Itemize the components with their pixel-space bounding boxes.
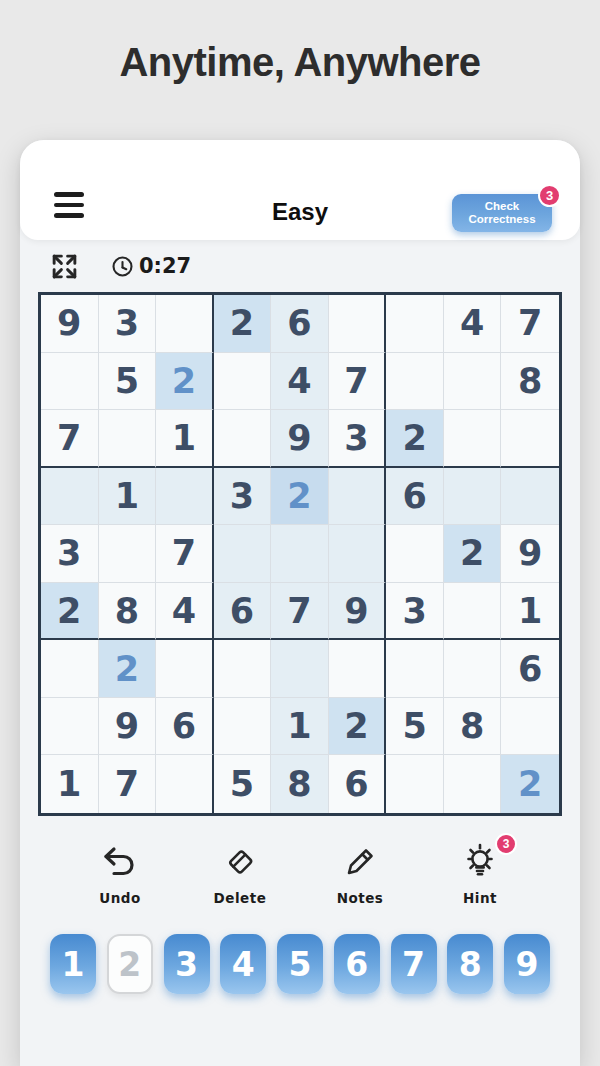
numpad-key-9[interactable]: 9	[504, 934, 550, 994]
sudoku-cell-r8c8[interactable]: 8	[444, 698, 502, 756]
given-digit: 6	[172, 706, 196, 746]
given-digit: 8	[287, 764, 311, 804]
given-digit: 5	[230, 764, 254, 804]
toolbar: Undo Delete Notes 3	[20, 840, 580, 906]
sudoku-cell-r9c6[interactable]: 6	[329, 755, 387, 813]
sudoku-cell-r8c1[interactable]	[41, 698, 99, 756]
given-digit: 6	[287, 303, 311, 343]
hint-label-notes: Notes	[337, 890, 384, 906]
hint-label: Hint	[463, 890, 497, 906]
status-row: 0:27	[20, 243, 580, 289]
sudoku-cell-r9c3[interactable]	[156, 755, 214, 813]
sudoku-cell-r5c8[interactable]: 2	[444, 525, 502, 583]
pencil-icon	[341, 843, 379, 881]
sudoku-cell-r6c3[interactable]: 4	[156, 583, 214, 641]
sudoku-cell-r3c5[interactable]: 9	[271, 410, 329, 468]
sudoku-cell-r4c7[interactable]: 6	[386, 468, 444, 526]
given-digit: 9	[115, 706, 139, 746]
sudoku-cell-r3c4[interactable]	[214, 410, 272, 468]
sudoku-cell-r1c5[interactable]: 6	[271, 295, 329, 353]
given-digit: 3	[57, 533, 81, 573]
sudoku-cell-r3c8[interactable]	[444, 410, 502, 468]
given-digit: 3	[402, 591, 426, 631]
sudoku-cell-r8c2[interactable]: 9	[99, 698, 157, 756]
user-digit: 2	[518, 764, 542, 804]
sudoku-cell-r8c9[interactable]	[501, 698, 559, 756]
sudoku-cell-r5c4[interactable]	[214, 525, 272, 583]
numpad-key-7[interactable]: 7	[391, 934, 437, 994]
sudoku-cell-r7c6[interactable]	[329, 640, 387, 698]
notes-button[interactable]: Notes	[316, 840, 404, 906]
sudoku-cell-r4c2[interactable]: 1	[99, 468, 157, 526]
sudoku-cell-r9c7[interactable]	[386, 755, 444, 813]
clock-icon	[111, 255, 134, 278]
given-digit: 4	[460, 303, 484, 343]
numpad-key-6[interactable]: 6	[334, 934, 380, 994]
sudoku-cell-r6c7[interactable]: 3	[386, 583, 444, 641]
check-correctness-badge: 3	[538, 184, 561, 207]
sudoku-cell-r2c4[interactable]	[214, 353, 272, 411]
sudoku-cell-r6c9[interactable]: 1	[501, 583, 559, 641]
sudoku-cell-r4c8[interactable]	[444, 468, 502, 526]
sudoku-cell-r7c5[interactable]	[271, 640, 329, 698]
numpad-key-1[interactable]: 1	[50, 934, 96, 994]
sudoku-cell-r8c5[interactable]: 1	[271, 698, 329, 756]
given-digit: 3	[344, 418, 368, 458]
sudoku-cell-r6c5[interactable]: 7	[271, 583, 329, 641]
undo-button[interactable]: Undo	[76, 840, 164, 906]
sudoku-cell-r5c6[interactable]	[329, 525, 387, 583]
numpad-key-8[interactable]: 8	[447, 934, 493, 994]
fullscreen-button[interactable]	[50, 252, 79, 281]
sudoku-cell-r8c4[interactable]	[214, 698, 272, 756]
given-digit: 4	[172, 591, 196, 631]
sudoku-cell-r9c4[interactable]: 5	[214, 755, 272, 813]
given-digit: 7	[287, 591, 311, 631]
hint-badge: 3	[495, 833, 517, 855]
sudoku-cell-r5c1[interactable]: 3	[41, 525, 99, 583]
given-digit: 9	[287, 418, 311, 458]
sudoku-app-card: Easy Check Correctness 3 0:27 9326475247…	[20, 140, 580, 1066]
sudoku-cell-r2c9[interactable]: 8	[501, 353, 559, 411]
sudoku-cell-r2c3[interactable]: 2	[156, 353, 214, 411]
sudoku-cell-r8c3[interactable]: 6	[156, 698, 214, 756]
sudoku-cell-r3c2[interactable]	[99, 410, 157, 468]
timer: 0:27	[111, 254, 191, 278]
given-digit: 9	[57, 303, 81, 343]
given-digit: 3	[115, 303, 139, 343]
sudoku-cell-r3c9[interactable]	[501, 410, 559, 468]
sudoku-cell-r7c7[interactable]	[386, 640, 444, 698]
given-digit: 4	[287, 361, 311, 401]
app-bar: Easy Check Correctness 3	[20, 140, 580, 240]
check-correctness-label: Check Correctness	[468, 200, 535, 225]
given-digit: 1	[57, 764, 81, 804]
sudoku-cell-r2c6[interactable]: 7	[329, 353, 387, 411]
check-correctness-button[interactable]: Check Correctness 3	[452, 194, 552, 232]
given-digit: 7	[344, 361, 368, 401]
sudoku-cell-r4c4[interactable]: 3	[214, 468, 272, 526]
sudoku-cell-r2c1[interactable]	[41, 353, 99, 411]
given-digit: 2	[344, 706, 368, 746]
sudoku-cell-r4c5[interactable]: 2	[271, 468, 329, 526]
sudoku-cell-r7c8[interactable]	[444, 640, 502, 698]
numpad-key-2[interactable]: 2	[107, 934, 153, 994]
numpad-key-4[interactable]: 4	[220, 934, 266, 994]
sudoku-cell-r6c6[interactable]: 9	[329, 583, 387, 641]
user-digit: 2	[287, 476, 311, 516]
given-digit: 7	[57, 418, 81, 458]
hint-button[interactable]: 3 Hint	[436, 840, 524, 906]
given-digit: 1	[172, 418, 196, 458]
given-digit: 7	[518, 303, 542, 343]
sudoku-cell-r2c2[interactable]: 5	[99, 353, 157, 411]
given-digit: 1	[518, 591, 542, 631]
sudoku-cell-r1c4[interactable]: 2	[214, 295, 272, 353]
fullscreen-icon	[50, 252, 79, 281]
sudoku-cell-r2c7[interactable]	[386, 353, 444, 411]
given-digit: 8	[460, 706, 484, 746]
given-digit: 6	[518, 649, 542, 689]
sudoku-cell-r9c5[interactable]: 8	[271, 755, 329, 813]
given-digit: 9	[344, 591, 368, 631]
sudoku-cell-r5c5[interactable]	[271, 525, 329, 583]
given-digit: 2	[230, 303, 254, 343]
sudoku-cell-r6c4[interactable]: 6	[214, 583, 272, 641]
given-digit: 2	[57, 591, 81, 631]
given-digit: 7	[115, 764, 139, 804]
sudoku-cell-r7c4[interactable]	[214, 640, 272, 698]
sudoku-cell-r3c7[interactable]: 2	[386, 410, 444, 468]
sudoku-cell-r9c8[interactable]	[444, 755, 502, 813]
numpad-key-3[interactable]: 3	[164, 934, 210, 994]
delete-button[interactable]: Delete	[196, 840, 284, 906]
undo-icon	[101, 844, 139, 880]
sudoku-cell-r6c8[interactable]	[444, 583, 502, 641]
sudoku-cell-r1c3[interactable]	[156, 295, 214, 353]
sudoku-cell-r7c9[interactable]: 6	[501, 640, 559, 698]
sudoku-cell-r2c8[interactable]	[444, 353, 502, 411]
sudoku-cell-r8c7[interactable]: 5	[386, 698, 444, 756]
sudoku-cell-r4c3[interactable]	[156, 468, 214, 526]
given-digit: 6	[230, 591, 254, 631]
sudoku-board: 9326475247871932132637292846793126961258…	[38, 292, 562, 816]
given-digit: 5	[115, 361, 139, 401]
sudoku-cell-r4c1[interactable]	[41, 468, 99, 526]
sudoku-cell-r7c2[interactable]: 2	[99, 640, 157, 698]
eraser-icon	[220, 842, 260, 882]
user-digit: 2	[172, 361, 196, 401]
given-digit: 8	[518, 361, 542, 401]
sudoku-cell-r1c9[interactable]: 7	[501, 295, 559, 353]
sudoku-cell-r7c3[interactable]	[156, 640, 214, 698]
timer-value: 0:27	[139, 254, 191, 278]
sudoku-cell-r5c3[interactable]: 7	[156, 525, 214, 583]
given-digit: 2	[402, 418, 426, 458]
sudoku-cell-r3c6[interactable]: 3	[329, 410, 387, 468]
sudoku-cell-r2c5[interactable]: 4	[271, 353, 329, 411]
numpad: 123456789	[20, 934, 580, 994]
sudoku-cell-r6c2[interactable]: 8	[99, 583, 157, 641]
user-digit: 2	[115, 649, 139, 689]
given-digit: 6	[344, 764, 368, 804]
sudoku-cell-r6c1[interactable]: 2	[41, 583, 99, 641]
given-digit: 1	[287, 706, 311, 746]
given-digit: 2	[460, 533, 484, 573]
sudoku-cell-r7c1[interactable]	[41, 640, 99, 698]
given-digit: 3	[230, 476, 254, 516]
menu-icon	[54, 192, 84, 197]
given-digit: 9	[518, 533, 542, 573]
sudoku-cell-r9c1[interactable]: 1	[41, 755, 99, 813]
sudoku-cell-r1c8[interactable]: 4	[444, 295, 502, 353]
page-title: Anytime, Anywhere	[0, 40, 600, 85]
sudoku-cell-r1c2[interactable]: 3	[99, 295, 157, 353]
sudoku-cell-r5c9[interactable]: 9	[501, 525, 559, 583]
sudoku-cell-r1c7[interactable]	[386, 295, 444, 353]
delete-label: Delete	[214, 890, 267, 906]
numpad-key-5[interactable]: 5	[277, 934, 323, 994]
sudoku-cell-r9c9[interactable]: 2	[501, 755, 559, 813]
sudoku-cell-r4c6[interactable]	[329, 468, 387, 526]
given-digit: 5	[402, 706, 426, 746]
given-digit: 8	[115, 591, 139, 631]
sudoku-cell-r5c7[interactable]	[386, 525, 444, 583]
sudoku-cell-r1c6[interactable]	[329, 295, 387, 353]
undo-label: Undo	[99, 890, 141, 906]
sudoku-cell-r3c3[interactable]: 1	[156, 410, 214, 468]
sudoku-cell-r5c2[interactable]	[99, 525, 157, 583]
given-digit: 7	[172, 533, 196, 573]
given-digit: 1	[115, 476, 139, 516]
sudoku-cell-r9c2[interactable]: 7	[99, 755, 157, 813]
sudoku-cell-r8c6[interactable]: 2	[329, 698, 387, 756]
sudoku-cell-r1c1[interactable]: 9	[41, 295, 99, 353]
sudoku-cell-r3c1[interactable]: 7	[41, 410, 99, 468]
sudoku-cell-r4c9[interactable]	[501, 468, 559, 526]
given-digit: 6	[402, 476, 426, 516]
